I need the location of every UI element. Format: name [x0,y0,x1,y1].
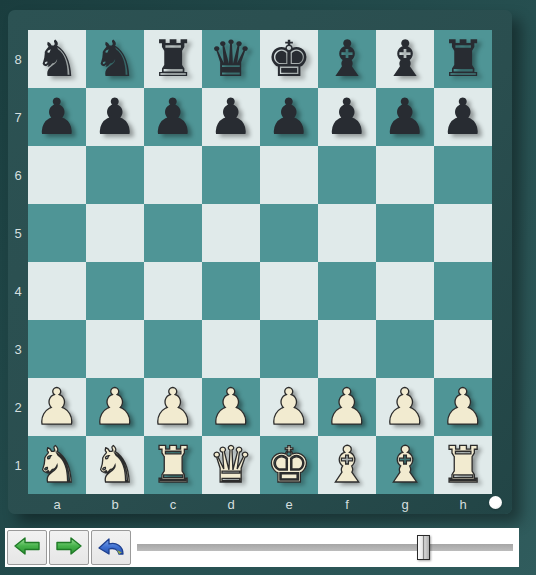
piece-black-pawn[interactable]: ♟ [151,88,196,146]
square-c3[interactable] [144,320,202,378]
square-b6[interactable] [86,146,144,204]
square-f3[interactable] [318,320,376,378]
slider-handle[interactable] [417,535,430,560]
file-label-e: e [260,494,318,514]
square-g6[interactable] [376,146,434,204]
piece-white-bishop[interactable]: ♝ [325,436,370,494]
square-e3[interactable] [260,320,318,378]
square-h6[interactable] [434,146,492,204]
square-g2[interactable]: ♟ [376,378,434,436]
rank-label-6: 6 [8,146,28,204]
rank-label-3: 3 [8,320,28,378]
square-b5[interactable] [86,204,144,262]
square-c1[interactable]: ♜ [144,436,202,494]
square-g4[interactable] [376,262,434,320]
piece-black-rook[interactable]: ♜ [441,30,486,88]
square-b2[interactable]: ♟ [86,378,144,436]
square-d1[interactable]: ♛ [202,436,260,494]
square-f8[interactable]: ♝ [318,30,376,88]
square-b3[interactable] [86,320,144,378]
piece-white-queen[interactable]: ♛ [209,436,254,494]
square-h3[interactable] [434,320,492,378]
takeback-button[interactable] [91,530,131,565]
rank-label-5: 5 [8,204,28,262]
blue-undo-arrow-icon [95,533,127,562]
file-label-h: h [434,494,492,514]
square-c6[interactable] [144,146,202,204]
square-b8[interactable]: ♞ [86,30,144,88]
square-h7[interactable]: ♟ [434,88,492,146]
piece-white-pawn[interactable]: ♟ [93,378,138,436]
square-e5[interactable] [260,204,318,262]
piece-black-bishop[interactable]: ♝ [383,30,428,88]
square-g5[interactable] [376,204,434,262]
side-to-move-indicator [489,496,502,509]
chess-board: ♞♞♜♛♚♝♝♜♟♟♟♟♟♟♟♟♟♟♟♟♟♟♟♟♞♞♜♛♚♝♝♜ [28,30,492,494]
square-f4[interactable] [318,262,376,320]
piece-black-pawn[interactable]: ♟ [209,88,254,146]
square-f7[interactable]: ♟ [318,88,376,146]
piece-black-pawn[interactable]: ♟ [35,88,80,146]
file-label-f: f [318,494,376,514]
square-f2[interactable]: ♟ [318,378,376,436]
rank-label-1: 1 [8,436,28,494]
square-a6[interactable] [28,146,86,204]
square-g7[interactable]: ♟ [376,88,434,146]
rank-labels: 87654321 [8,30,28,494]
forward-button[interactable] [49,530,89,565]
piece-black-queen[interactable]: ♛ [209,30,254,88]
rank-label-8: 8 [8,30,28,88]
piece-white-knight[interactable]: ♞ [35,436,80,494]
square-e4[interactable] [260,262,318,320]
square-d3[interactable] [202,320,260,378]
move-slider[interactable] [137,530,513,565]
file-label-b: b [86,494,144,514]
file-label-a: a [28,494,86,514]
square-e2[interactable]: ♟ [260,378,318,436]
piece-black-knight[interactable]: ♞ [35,30,80,88]
green-left-arrow-icon [12,533,42,562]
square-g8[interactable]: ♝ [376,30,434,88]
piece-black-king[interactable]: ♚ [267,30,312,88]
piece-white-rook[interactable]: ♜ [151,436,196,494]
square-g3[interactable] [376,320,434,378]
square-h1[interactable]: ♜ [434,436,492,494]
piece-black-pawn[interactable]: ♟ [325,88,370,146]
piece-black-pawn[interactable]: ♟ [93,88,138,146]
square-f1[interactable]: ♝ [318,436,376,494]
piece-white-bishop[interactable]: ♝ [383,436,428,494]
square-d8[interactable]: ♛ [202,30,260,88]
square-c8[interactable]: ♜ [144,30,202,88]
square-e8[interactable]: ♚ [260,30,318,88]
square-f6[interactable] [318,146,376,204]
square-h4[interactable] [434,262,492,320]
square-a3[interactable] [28,320,86,378]
rank-label-7: 7 [8,88,28,146]
piece-white-pawn[interactable]: ♟ [35,378,80,436]
slider-track[interactable] [137,544,513,551]
board-panel: 87654321 ♞♞♜♛♚♝♝♜♟♟♟♟♟♟♟♟♟♟♟♟♟♟♟♟♞♞♜♛♚♝♝… [8,10,512,514]
back-button[interactable] [7,530,47,565]
rank-label-4: 4 [8,262,28,320]
green-right-arrow-icon [54,533,84,562]
square-h5[interactable] [434,204,492,262]
app-background: 87654321 ♞♞♜♛♚♝♝♜♟♟♟♟♟♟♟♟♟♟♟♟♟♟♟♟♞♞♜♛♚♝♝… [0,0,536,575]
square-c4[interactable] [144,262,202,320]
square-a7[interactable]: ♟ [28,88,86,146]
square-a5[interactable] [28,204,86,262]
square-e6[interactable] [260,146,318,204]
piece-white-pawn[interactable]: ♟ [325,378,370,436]
square-h2[interactable]: ♟ [434,378,492,436]
rank-label-2: 2 [8,378,28,436]
file-label-d: d [202,494,260,514]
piece-white-pawn[interactable]: ♟ [151,378,196,436]
piece-white-knight[interactable]: ♞ [93,436,138,494]
piece-black-pawn[interactable]: ♟ [267,88,312,146]
square-b4[interactable] [86,262,144,320]
square-a4[interactable] [28,262,86,320]
square-a1[interactable]: ♞ [28,436,86,494]
piece-white-pawn[interactable]: ♟ [267,378,312,436]
square-b7[interactable]: ♟ [86,88,144,146]
square-b1[interactable]: ♞ [86,436,144,494]
file-label-g: g [376,494,434,514]
square-c5[interactable] [144,204,202,262]
square-g1[interactable]: ♝ [376,436,434,494]
square-a8[interactable]: ♞ [28,30,86,88]
square-d4[interactable] [202,262,260,320]
piece-white-pawn[interactable]: ♟ [441,378,486,436]
square-d2[interactable]: ♟ [202,378,260,436]
square-d6[interactable] [202,146,260,204]
square-c2[interactable]: ♟ [144,378,202,436]
piece-white-king[interactable]: ♚ [267,436,312,494]
piece-black-knight[interactable]: ♞ [93,30,138,88]
piece-black-bishop[interactable]: ♝ [325,30,370,88]
piece-white-pawn[interactable]: ♟ [383,378,428,436]
piece-black-pawn[interactable]: ♟ [383,88,428,146]
square-c7[interactable]: ♟ [144,88,202,146]
square-d5[interactable] [202,204,260,262]
toolbar [5,528,519,567]
square-a2[interactable]: ♟ [28,378,86,436]
square-h8[interactable]: ♜ [434,30,492,88]
piece-white-pawn[interactable]: ♟ [209,378,254,436]
square-e7[interactable]: ♟ [260,88,318,146]
piece-black-pawn[interactable]: ♟ [441,88,486,146]
square-e1[interactable]: ♚ [260,436,318,494]
square-f5[interactable] [318,204,376,262]
square-d7[interactable]: ♟ [202,88,260,146]
piece-black-rook[interactable]: ♜ [151,30,196,88]
file-label-c: c [144,494,202,514]
file-labels: abcdefgh [28,494,492,514]
piece-white-rook[interactable]: ♜ [441,436,486,494]
